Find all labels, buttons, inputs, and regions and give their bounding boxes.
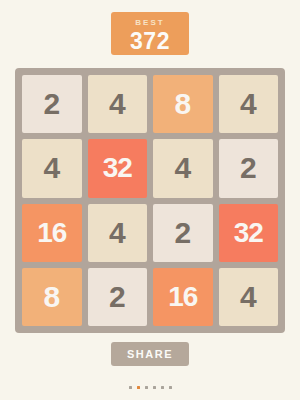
page-dot-1[interactable] [129, 386, 132, 389]
tile-r4c4: 4 [219, 268, 279, 326]
tile-r4c2: 2 [88, 268, 148, 326]
page-dot-6[interactable] [169, 386, 172, 389]
tile-r1c1: 2 [22, 75, 82, 133]
best-score-label: BEST [111, 12, 189, 27]
tile-r3c3: 2 [153, 204, 213, 262]
page-dot-3[interactable] [145, 386, 148, 389]
best-score-box: BEST 372 [111, 12, 189, 55]
game-screen: BEST 372 24844324216423282164 SHARE [0, 0, 300, 400]
board-grid[interactable]: 24844324216423282164 [15, 68, 285, 333]
tile-r2c2: 32 [88, 139, 148, 197]
page-dot-5[interactable] [161, 386, 164, 389]
tile-r3c2: 4 [88, 204, 148, 262]
tile-r4c1: 8 [22, 268, 82, 326]
tile-r1c2: 4 [88, 75, 148, 133]
share-button[interactable]: SHARE [111, 342, 189, 366]
tile-r2c4: 2 [219, 139, 279, 197]
best-score-value: 372 [111, 28, 189, 55]
tile-r1c4: 4 [219, 75, 279, 133]
page-dot-4[interactable] [153, 386, 156, 389]
tile-r4c3: 16 [153, 268, 213, 326]
tile-r2c3: 4 [153, 139, 213, 197]
tile-r3c4: 32 [219, 204, 279, 262]
page-dot-2-active[interactable] [137, 386, 140, 389]
tile-r3c1: 16 [22, 204, 82, 262]
tile-r2c1: 4 [22, 139, 82, 197]
tile-r1c3: 8 [153, 75, 213, 133]
page-indicator [0, 386, 300, 389]
